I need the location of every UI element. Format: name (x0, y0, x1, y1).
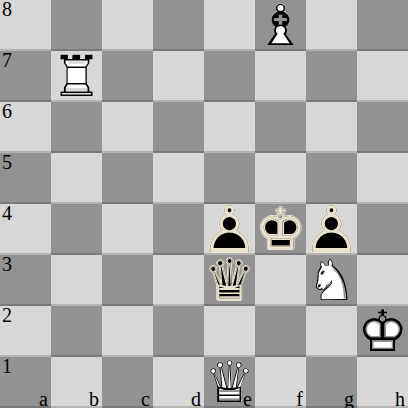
square-g4[interactable]: ♟♙ (306, 204, 357, 255)
square-c3[interactable] (102, 255, 153, 306)
square-b4[interactable] (51, 204, 102, 255)
square-h4[interactable] (357, 204, 408, 255)
file-label-c: c (141, 390, 150, 408)
square-b5[interactable] (51, 153, 102, 204)
white-king-fill-glyph: ♚ (357, 306, 408, 357)
rank-label-5: 5 (2, 152, 12, 172)
file-label-a: a (39, 390, 48, 408)
square-f1[interactable]: f (255, 357, 306, 408)
black-pawn-fill-glyph: ♟ (306, 204, 357, 255)
file-label-h: h (395, 390, 405, 408)
black-pawn-fill-glyph: ♟ (204, 204, 255, 255)
square-c7[interactable] (102, 51, 153, 102)
black-king-outline-glyph: ♔ (255, 204, 306, 255)
piece-white-bishop[interactable]: ♝♗ (255, 0, 306, 51)
square-e1[interactable]: e♛♕ (204, 357, 255, 408)
file-label-d: d (191, 390, 201, 408)
rank-label-2: 2 (2, 305, 12, 325)
square-h3[interactable] (357, 255, 408, 306)
square-c8[interactable] (102, 0, 153, 51)
piece-black-pawn[interactable]: ♟♙ (204, 204, 255, 255)
black-queen-fill-glyph: ♛ (204, 255, 255, 306)
rank-label-1: 1 (2, 356, 12, 376)
square-g3[interactable]: ♞♘ (306, 255, 357, 306)
piece-white-rook[interactable]: ♜♖ (51, 51, 102, 102)
square-f7[interactable] (255, 51, 306, 102)
square-h1[interactable]: h (357, 357, 408, 408)
square-d5[interactable] (153, 153, 204, 204)
square-b7[interactable]: ♜♖ (51, 51, 102, 102)
white-bishop-outline-glyph: ♗ (255, 0, 306, 51)
square-d8[interactable] (153, 0, 204, 51)
square-b8[interactable] (51, 0, 102, 51)
square-f2[interactable] (255, 306, 306, 357)
rank-label-6: 6 (2, 101, 12, 121)
square-g6[interactable] (306, 102, 357, 153)
square-f4[interactable]: ♚♔ (255, 204, 306, 255)
square-a5[interactable]: 5 (0, 153, 51, 204)
square-e6[interactable] (204, 102, 255, 153)
white-king-outline-glyph: ♔ (357, 306, 408, 357)
square-b6[interactable] (51, 102, 102, 153)
piece-white-king[interactable]: ♚♔ (357, 306, 408, 357)
black-king-fill-glyph: ♚ (255, 204, 306, 255)
square-c6[interactable] (102, 102, 153, 153)
square-c1[interactable]: c (102, 357, 153, 408)
square-e5[interactable] (204, 153, 255, 204)
square-c2[interactable] (102, 306, 153, 357)
square-c4[interactable] (102, 204, 153, 255)
square-d1[interactable]: d (153, 357, 204, 408)
chess-board: 8♝♗7♜♖654♟♙♚♔♟♙3♛♕♞♘2♚♔1abcde♛♕fgh (0, 0, 408, 408)
square-e2[interactable] (204, 306, 255, 357)
square-e8[interactable] (204, 0, 255, 51)
square-d6[interactable] (153, 102, 204, 153)
square-h5[interactable] (357, 153, 408, 204)
square-d4[interactable] (153, 204, 204, 255)
square-c5[interactable] (102, 153, 153, 204)
square-g5[interactable] (306, 153, 357, 204)
piece-black-pawn[interactable]: ♟♙ (306, 204, 357, 255)
file-label-b: b (89, 390, 99, 408)
square-h8[interactable] (357, 0, 408, 51)
square-d3[interactable] (153, 255, 204, 306)
square-a1[interactable]: 1a (0, 357, 51, 408)
square-d7[interactable] (153, 51, 204, 102)
square-g1[interactable]: g (306, 357, 357, 408)
square-b3[interactable] (51, 255, 102, 306)
square-e7[interactable] (204, 51, 255, 102)
square-b2[interactable] (51, 306, 102, 357)
square-e4[interactable]: ♟♙ (204, 204, 255, 255)
piece-black-queen[interactable]: ♛♕ (204, 255, 255, 306)
square-f6[interactable] (255, 102, 306, 153)
rank-label-7: 7 (2, 50, 12, 70)
white-bishop-fill-glyph: ♝ (255, 0, 306, 51)
white-rook-outline-glyph: ♖ (51, 51, 102, 102)
square-f3[interactable] (255, 255, 306, 306)
square-h6[interactable] (357, 102, 408, 153)
square-g7[interactable] (306, 51, 357, 102)
square-a6[interactable]: 6 (0, 102, 51, 153)
white-knight-outline-glyph: ♘ (306, 255, 357, 306)
black-queen-outline-glyph: ♕ (204, 255, 255, 306)
square-f5[interactable] (255, 153, 306, 204)
square-a4[interactable]: 4 (0, 204, 51, 255)
square-h7[interactable] (357, 51, 408, 102)
square-f8[interactable]: ♝♗ (255, 0, 306, 51)
rank-label-4: 4 (2, 203, 12, 223)
square-a7[interactable]: 7 (0, 51, 51, 102)
file-label-g: g (344, 390, 354, 408)
square-g2[interactable] (306, 306, 357, 357)
square-a3[interactable]: 3 (0, 255, 51, 306)
piece-black-king[interactable]: ♚♔ (255, 204, 306, 255)
file-label-f: f (296, 390, 303, 408)
square-a2[interactable]: 2 (0, 306, 51, 357)
square-g8[interactable] (306, 0, 357, 51)
rank-label-3: 3 (2, 254, 12, 274)
file-label-e: e (243, 390, 252, 408)
square-a8[interactable]: 8 (0, 0, 51, 51)
black-pawn-outline-glyph: ♙ (204, 204, 255, 255)
square-h2[interactable]: ♚♔ (357, 306, 408, 357)
square-e3[interactable]: ♛♕ (204, 255, 255, 306)
black-pawn-outline-glyph: ♙ (306, 204, 357, 255)
square-d2[interactable] (153, 306, 204, 357)
rank-label-8: 8 (2, 0, 12, 19)
white-knight-fill-glyph: ♞ (306, 255, 357, 306)
piece-white-knight[interactable]: ♞♘ (306, 255, 357, 306)
square-b1[interactable]: b (51, 357, 102, 408)
white-rook-fill-glyph: ♜ (51, 51, 102, 102)
